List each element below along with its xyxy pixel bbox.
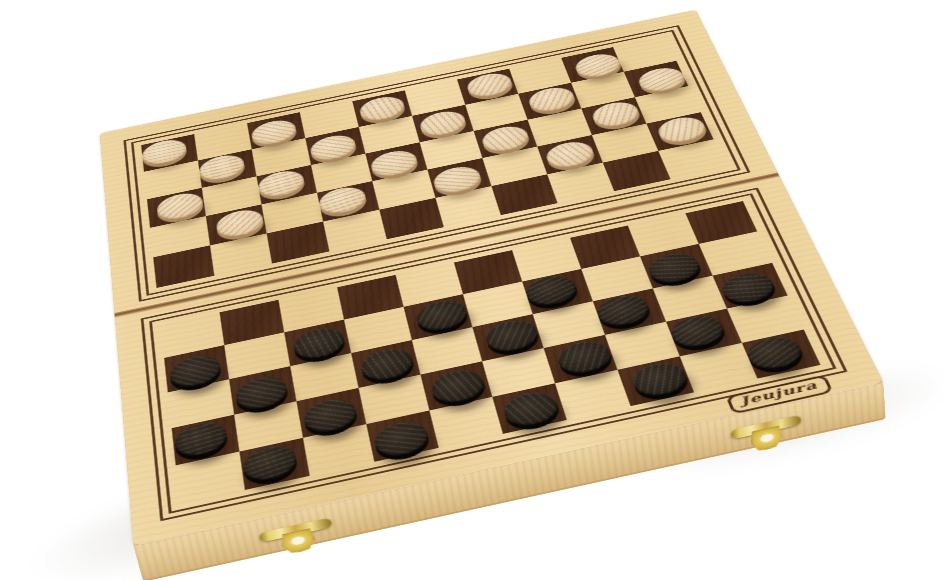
board-square <box>628 213 699 256</box>
piece-top <box>429 366 488 406</box>
board-square <box>454 250 522 294</box>
black-man <box>292 324 347 362</box>
black-man <box>241 442 298 485</box>
piece-top <box>554 338 614 378</box>
piece-side <box>415 300 471 338</box>
piece-top <box>593 292 653 330</box>
board-square <box>234 401 303 451</box>
board-square <box>161 312 225 358</box>
brass-latch-left <box>259 517 337 562</box>
black-man <box>628 359 691 400</box>
piece-top <box>141 137 187 168</box>
board-square <box>593 288 666 334</box>
board-square <box>224 332 290 379</box>
piece-side <box>744 337 808 377</box>
board-square <box>296 388 366 438</box>
black-man <box>234 373 289 413</box>
board-square <box>699 231 772 275</box>
board-square <box>176 452 245 505</box>
board-half-far <box>100 10 778 313</box>
board-square <box>220 300 285 345</box>
border-outer-line <box>123 25 750 302</box>
piece-side <box>594 295 654 333</box>
piece-side <box>302 399 359 440</box>
board-square <box>229 366 296 415</box>
piece-side <box>668 316 730 355</box>
product-photo: Jeujura <box>0 0 945 580</box>
piece-top <box>717 269 778 306</box>
piece-side <box>360 349 417 388</box>
piece-top <box>169 352 222 391</box>
board-square <box>337 275 403 320</box>
piece-top <box>372 418 431 460</box>
piece-top <box>666 312 728 351</box>
black-man <box>554 338 614 378</box>
piece-top <box>501 388 562 429</box>
piece-side <box>292 328 347 366</box>
board-square <box>618 356 695 406</box>
board-square <box>359 375 430 425</box>
piece-side <box>169 356 222 395</box>
piece-top <box>483 317 541 356</box>
board-square <box>278 287 344 332</box>
black-man <box>414 297 470 334</box>
piece-side <box>484 321 542 360</box>
piece-side <box>242 446 300 489</box>
board-square <box>303 424 374 476</box>
border-inner-line <box>131 30 741 296</box>
board-square <box>666 309 742 357</box>
board-square <box>463 282 533 328</box>
black-man <box>483 317 541 356</box>
board-square <box>605 322 680 370</box>
piece-top <box>302 395 359 436</box>
piece-side <box>235 377 290 417</box>
board-square <box>492 383 567 434</box>
board-square <box>472 314 543 361</box>
board-square <box>713 263 788 309</box>
board-square <box>344 307 412 353</box>
board-square <box>522 269 593 314</box>
board-square <box>366 410 438 461</box>
board-square <box>555 370 631 420</box>
black-man <box>169 352 222 391</box>
piece-top <box>359 345 416 384</box>
piece-top <box>414 297 470 334</box>
black-man <box>717 269 778 306</box>
piece-side <box>719 273 781 311</box>
black-man <box>173 418 228 459</box>
piece-side <box>555 341 616 381</box>
black-man <box>372 418 431 460</box>
piece-side <box>430 370 489 410</box>
board-square <box>512 238 581 282</box>
black-man <box>644 250 703 287</box>
piece-top <box>522 272 580 309</box>
board-square <box>412 327 482 374</box>
piece-top <box>292 324 347 362</box>
grid-far-half <box>141 36 728 288</box>
board-square <box>420 361 492 410</box>
board-square <box>544 335 618 383</box>
piece-side <box>630 363 693 404</box>
board-square <box>239 438 309 490</box>
piece-side <box>174 423 229 465</box>
board-top-surface: Jeujura <box>100 10 884 546</box>
board-square <box>680 343 758 392</box>
board-square <box>653 276 727 322</box>
board-square <box>533 301 605 348</box>
black-man <box>522 272 580 309</box>
piece-top <box>628 359 691 400</box>
board-square <box>284 320 351 367</box>
piece-top <box>173 418 228 459</box>
black-man <box>501 388 562 429</box>
board-square <box>581 256 653 301</box>
black-man <box>593 292 653 330</box>
board-square <box>727 296 804 343</box>
board-square <box>640 244 712 289</box>
board-square <box>164 345 229 392</box>
black-man <box>302 395 359 436</box>
piece-top <box>234 373 289 413</box>
board-square <box>351 340 420 388</box>
piece-side <box>524 276 582 313</box>
board-square <box>685 201 757 244</box>
scene: Jeujura <box>0 0 945 580</box>
board-square <box>290 353 358 401</box>
checkers-board: Jeujura <box>100 10 884 546</box>
board-square <box>404 294 473 340</box>
board-square <box>172 415 240 466</box>
board-square <box>168 379 234 428</box>
piece-side <box>502 392 563 434</box>
piece-top <box>241 442 298 485</box>
piece-side <box>646 253 705 290</box>
board-square <box>570 226 640 269</box>
board-square <box>482 348 555 397</box>
board-square <box>742 330 821 379</box>
piece-top <box>742 333 806 373</box>
black-man <box>359 345 416 384</box>
piece-side <box>373 422 432 464</box>
black-man <box>742 333 806 373</box>
black-man <box>429 366 488 406</box>
brass-latch-right <box>730 415 803 460</box>
light-man <box>141 137 187 168</box>
board-square <box>396 262 463 306</box>
piece-top <box>644 250 703 287</box>
board-square <box>429 397 502 448</box>
black-man <box>666 312 728 351</box>
